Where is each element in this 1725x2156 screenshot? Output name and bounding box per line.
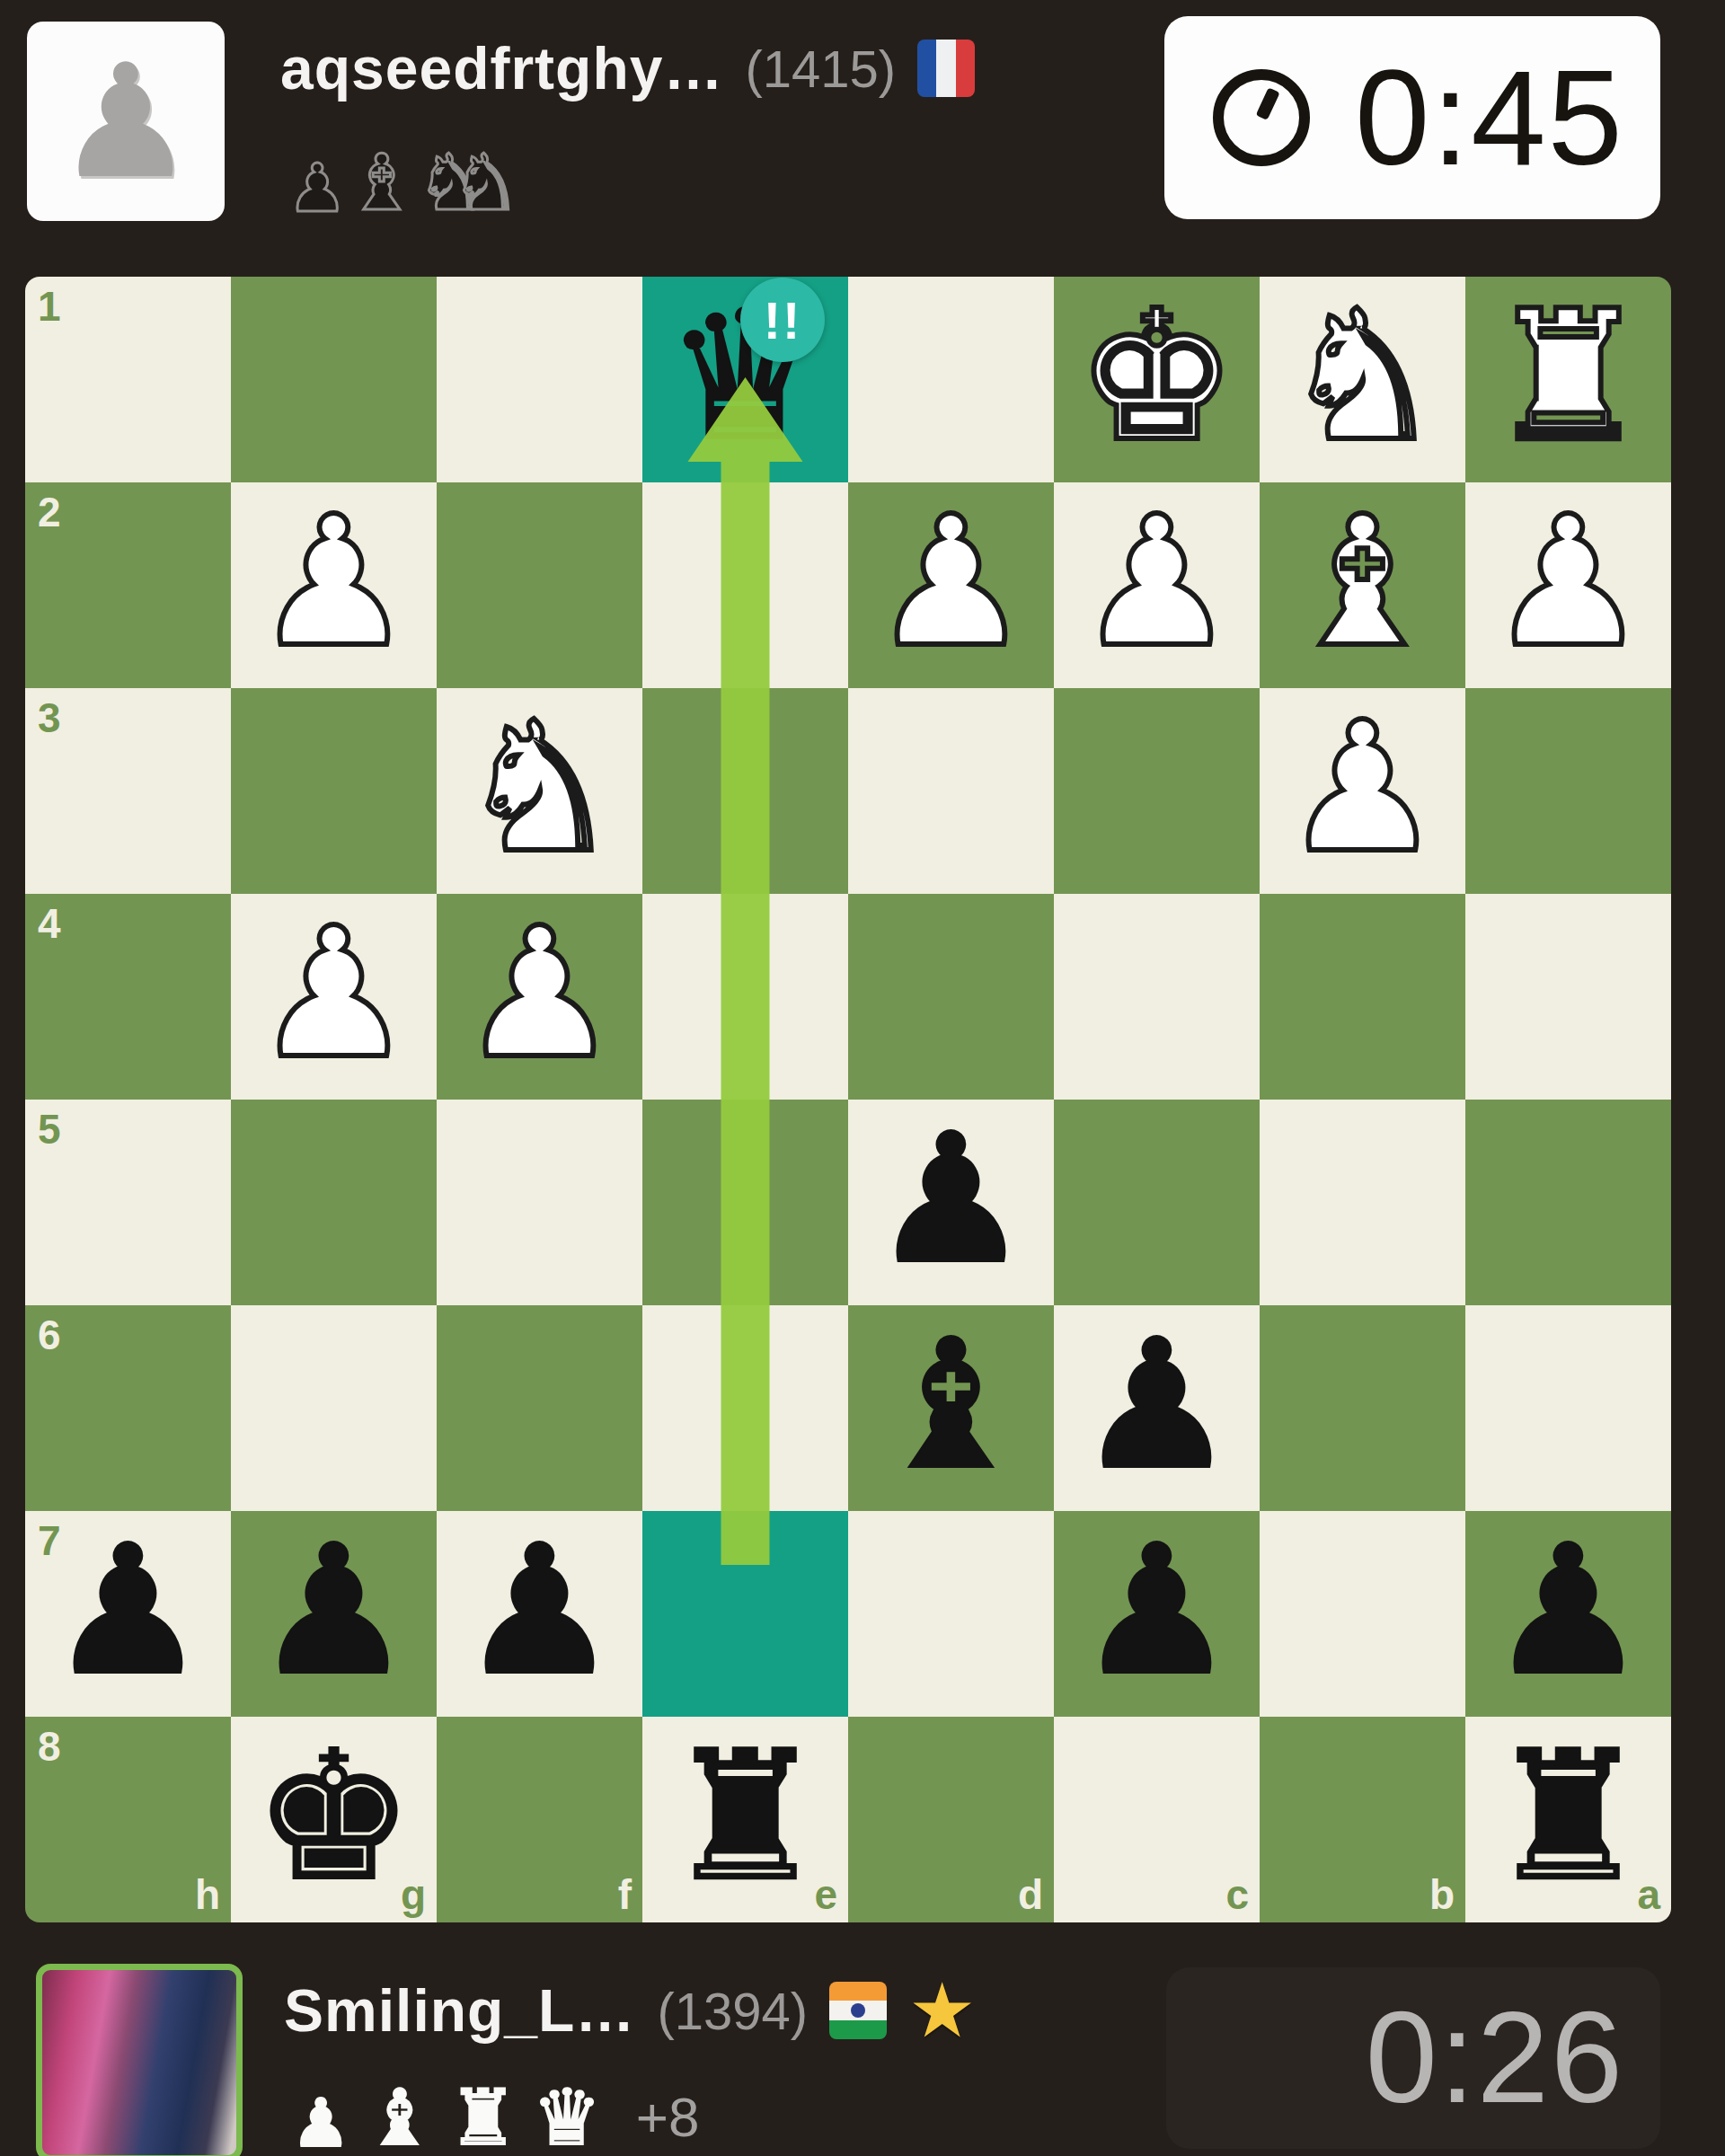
square-a3[interactable] <box>1465 688 1671 894</box>
square-h4[interactable]: 4 <box>25 894 231 1100</box>
rank-label-3: 3 <box>38 697 61 738</box>
top-clock-time: 0:45 <box>1355 40 1624 196</box>
square-e2[interactable] <box>642 482 848 688</box>
top-player-clock: 0:45 <box>1164 16 1660 219</box>
white-pawn-f4[interactable]: ♟ <box>459 904 620 1083</box>
square-c4[interactable] <box>1054 894 1260 1100</box>
square-a1[interactable]: ♜ <box>1465 277 1671 482</box>
bottom-clock-time: 0:26 <box>1366 1984 1624 2133</box>
bottom-captured-pieces-tray: ♟♝♜♛+8 <box>291 2066 699 2156</box>
square-f3[interactable]: ♞ <box>437 688 642 894</box>
square-g2[interactable]: ♟ <box>231 482 437 688</box>
square-e8[interactable]: e♜ <box>642 1717 848 1922</box>
square-b1[interactable]: ♞ <box>1260 277 1465 482</box>
white-pawn-b3[interactable]: ♟ <box>1282 698 1443 878</box>
white-knight-b1[interactable]: ♞ <box>1282 287 1443 466</box>
top-captured-pieces-tray: ♟♝♞♞ <box>287 131 521 221</box>
square-e7[interactable] <box>642 1511 848 1717</box>
black-pawn-h7[interactable]: ♟ <box>48 1521 208 1701</box>
white-pawn-c2[interactable]: ♟ <box>1076 492 1237 672</box>
captured-black-pawn-icon: ♟ <box>287 155 347 221</box>
square-c8[interactable]: c <box>1054 1717 1260 1922</box>
square-f7[interactable]: ♟ <box>437 1511 642 1717</box>
captured-white-bishop-icon: ♝ <box>365 2079 434 2156</box>
clock-icon <box>1213 69 1310 166</box>
file-label-d: d <box>1018 1874 1043 1915</box>
square-g6[interactable] <box>231 1305 437 1511</box>
captured-black-bishop-icon: ♝ <box>347 144 416 221</box>
bottom-player-rating: (1394) <box>657 1981 808 2041</box>
square-f2[interactable] <box>437 482 642 688</box>
square-e3[interactable] <box>642 688 848 894</box>
square-b3[interactable]: ♟ <box>1260 688 1465 894</box>
square-e4[interactable] <box>642 894 848 1100</box>
square-c2[interactable]: ♟ <box>1054 482 1260 688</box>
black-pawn-c7[interactable]: ♟ <box>1076 1521 1237 1701</box>
bottom-player-clock: 0:26 <box>1166 1967 1660 2149</box>
square-d4[interactable] <box>848 894 1054 1100</box>
square-d6[interactable]: ♝ <box>848 1305 1054 1511</box>
black-king-g8[interactable]: ♚ <box>253 1727 414 1906</box>
rank-label-7: 7 <box>38 1520 61 1561</box>
white-king-c1[interactable]: ♚ <box>1076 287 1237 466</box>
square-d2[interactable]: ♟ <box>848 482 1054 688</box>
black-pawn-f7[interactable]: ♟ <box>459 1521 620 1701</box>
bottom-player-avatar[interactable] <box>36 1964 243 2156</box>
square-a4[interactable] <box>1465 894 1671 1100</box>
black-pawn-c6[interactable]: ♟ <box>1076 1315 1237 1495</box>
rank-label-1: 1 <box>38 286 61 327</box>
square-c5[interactable] <box>1054 1100 1260 1305</box>
white-bishop-b2[interactable]: ♝ <box>1282 492 1443 672</box>
file-label-c: c <box>1225 1874 1249 1915</box>
square-d5[interactable]: ♟ <box>848 1100 1054 1305</box>
square-b6[interactable] <box>1260 1305 1465 1511</box>
white-rook-a1[interactable]: ♜ <box>1488 287 1649 466</box>
square-h6[interactable]: 6 <box>25 1305 231 1511</box>
black-pawn-d5[interactable]: ♟ <box>871 1109 1031 1289</box>
captured-black-knight-icon: ♞ <box>452 144 521 221</box>
captured-white-pawn-icon: ♟ <box>291 2090 350 2156</box>
square-c1[interactable]: ♚ <box>1054 277 1260 482</box>
captured-white-rook-icon: ♜ <box>448 2079 517 2156</box>
square-d8[interactable]: d <box>848 1717 1054 1922</box>
square-a7[interactable]: ♟ <box>1465 1511 1671 1717</box>
square-a8[interactable]: a♜ <box>1465 1717 1671 1922</box>
top-player-rating: (1415) <box>745 39 896 99</box>
black-rook-e8[interactable]: ♜ <box>665 1727 826 1906</box>
square-h3[interactable]: 3 <box>25 688 231 894</box>
square-a2[interactable]: ♟ <box>1465 482 1671 688</box>
square-d7[interactable] <box>848 1511 1054 1717</box>
top-player-info[interactable]: aqseedfrtghy… (1415) <box>280 31 975 106</box>
square-c7[interactable]: ♟ <box>1054 1511 1260 1717</box>
square-g5[interactable] <box>231 1100 437 1305</box>
square-g4[interactable]: ♟ <box>231 894 437 1100</box>
square-c3[interactable] <box>1054 688 1260 894</box>
rank-label-8: 8 <box>38 1726 61 1767</box>
white-pawn-g4[interactable]: ♟ <box>253 904 414 1083</box>
black-queen-e1[interactable]: ♛ <box>665 287 826 466</box>
square-e6[interactable] <box>642 1305 848 1511</box>
square-g8[interactable]: g♚ <box>231 1717 437 1922</box>
white-pawn-a2[interactable]: ♟ <box>1488 492 1649 672</box>
bottom-player-info[interactable]: Smiling_L… (1394) ★ <box>284 1973 976 2048</box>
square-g7[interactable]: ♟ <box>231 1511 437 1717</box>
rank-label-4: 4 <box>38 903 61 944</box>
black-bishop-d6[interactable]: ♝ <box>871 1315 1031 1495</box>
file-label-a: a <box>1637 1874 1660 1915</box>
file-label-e: e <box>814 1874 837 1915</box>
square-e1[interactable]: ♛ <box>642 277 848 482</box>
white-pawn-g2[interactable]: ♟ <box>253 492 414 672</box>
square-e5[interactable] <box>642 1100 848 1305</box>
india-flag-icon <box>829 1982 887 2039</box>
square-h1[interactable]: 1 <box>25 277 231 482</box>
square-c6[interactable]: ♟ <box>1054 1305 1260 1511</box>
white-pawn-d2[interactable]: ♟ <box>871 492 1031 672</box>
bottom-player-name: Smiling_L… <box>284 1976 635 2045</box>
square-f8[interactable]: f <box>437 1717 642 1922</box>
black-pawn-g7[interactable]: ♟ <box>253 1521 414 1701</box>
square-d3[interactable] <box>848 688 1054 894</box>
square-b8[interactable]: b <box>1260 1717 1465 1922</box>
white-knight-f3[interactable]: ♞ <box>459 698 620 878</box>
square-b7[interactable] <box>1260 1511 1465 1717</box>
file-label-g: g <box>401 1874 426 1915</box>
square-f1[interactable] <box>437 277 642 482</box>
file-label-b: b <box>1429 1874 1455 1915</box>
rank-label-2: 2 <box>38 491 61 533</box>
material-advantage: +8 <box>636 2085 700 2156</box>
square-h2[interactable]: 2 <box>25 482 231 688</box>
black-rook-a8[interactable]: ♜ <box>1488 1727 1649 1906</box>
square-a5[interactable] <box>1465 1100 1671 1305</box>
square-h5[interactable]: 5 <box>25 1100 231 1305</box>
square-b5[interactable] <box>1260 1100 1465 1305</box>
square-f6[interactable] <box>437 1305 642 1511</box>
file-label-f: f <box>618 1874 632 1915</box>
rank-label-6: 6 <box>38 1314 61 1356</box>
square-f5[interactable] <box>437 1100 642 1305</box>
square-b2[interactable]: ♝ <box>1260 482 1465 688</box>
top-player-avatar[interactable]: ♟ <box>27 22 225 221</box>
black-pawn-a7[interactable]: ♟ <box>1488 1521 1649 1701</box>
file-label-h: h <box>195 1874 220 1915</box>
france-flag-icon <box>917 40 975 97</box>
square-a6[interactable] <box>1465 1305 1671 1511</box>
pawn-avatar-icon: ♟ <box>56 43 197 200</box>
top-player-name: aqseedfrtghy… <box>280 34 723 102</box>
square-g1[interactable] <box>231 277 437 482</box>
square-b4[interactable] <box>1260 894 1465 1100</box>
square-g3[interactable] <box>231 688 437 894</box>
square-h7[interactable]: 7♟ <box>25 1511 231 1717</box>
square-d1[interactable] <box>848 277 1054 482</box>
chess-board[interactable]: 1♛♚♞♜2♟♟♟♝♟3♞♟4♟♟5♟6♝♟7♟♟♟♟♟8hg♚fe♜dcba♜ <box>25 277 1671 1922</box>
square-h8[interactable]: 8h <box>25 1717 231 1922</box>
premium-star-icon: ★ <box>908 1973 976 2048</box>
captured-white-queen-icon: ♛ <box>533 2079 602 2156</box>
rank-label-5: 5 <box>38 1109 61 1150</box>
square-f4[interactable]: ♟ <box>437 894 642 1100</box>
